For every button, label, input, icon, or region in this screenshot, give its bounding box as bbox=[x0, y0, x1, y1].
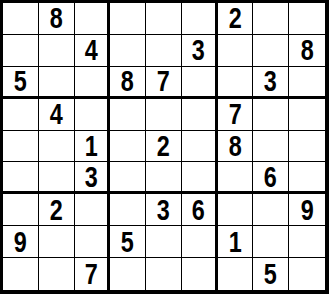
cell-r6c4[interactable] bbox=[110, 162, 146, 194]
cell-r7c1[interactable] bbox=[3, 194, 39, 226]
cell-r1c5[interactable] bbox=[146, 3, 182, 35]
cell-r3c3[interactable] bbox=[75, 67, 111, 99]
cell-r1c8[interactable] bbox=[253, 3, 289, 35]
cell-r7c6[interactable]: 6 bbox=[182, 194, 218, 226]
cell-r9c8[interactable]: 5 bbox=[253, 258, 289, 290]
cell-r4c8[interactable] bbox=[253, 99, 289, 131]
cell-r5c3[interactable]: 1 bbox=[75, 131, 111, 163]
cell-r8c7[interactable]: 1 bbox=[218, 226, 254, 258]
cell-r1c2[interactable]: 8 bbox=[39, 3, 75, 35]
given-digit: 2 bbox=[229, 3, 242, 33]
cell-r9c3[interactable]: 7 bbox=[75, 258, 111, 290]
cell-r8c1[interactable]: 9 bbox=[3, 226, 39, 258]
cell-r5c8[interactable] bbox=[253, 131, 289, 163]
cell-r2c7[interactable] bbox=[218, 35, 254, 67]
given-digit: 4 bbox=[84, 35, 97, 65]
given-digit: 8 bbox=[229, 131, 242, 161]
cell-r5c4[interactable] bbox=[110, 131, 146, 163]
given-digit: 6 bbox=[264, 162, 277, 191]
given-digit: 2 bbox=[157, 131, 170, 161]
cell-r8c4[interactable]: 5 bbox=[110, 226, 146, 258]
cell-r8c3[interactable] bbox=[75, 226, 111, 258]
cell-r2c2[interactable] bbox=[39, 35, 75, 67]
cell-r9c2[interactable] bbox=[39, 258, 75, 290]
cell-r3c4[interactable]: 8 bbox=[110, 67, 146, 99]
cell-r4c5[interactable] bbox=[146, 99, 182, 131]
given-digit: 8 bbox=[301, 35, 314, 65]
cell-r6c3[interactable]: 3 bbox=[75, 162, 111, 194]
cell-r3c1[interactable]: 5 bbox=[3, 67, 39, 99]
cell-r3c8[interactable]: 3 bbox=[253, 67, 289, 99]
cell-r7c3[interactable] bbox=[75, 194, 111, 226]
given-digit: 8 bbox=[50, 3, 63, 33]
given-digit: 7 bbox=[157, 67, 170, 96]
sudoku-board: 8243858734712836236995175 bbox=[0, 0, 329, 294]
cell-r4c2[interactable]: 4 bbox=[39, 99, 75, 131]
given-digit: 9 bbox=[301, 195, 314, 225]
given-digit: 5 bbox=[121, 227, 134, 257]
cell-r3c9[interactable] bbox=[289, 67, 325, 99]
cell-r3c2[interactable] bbox=[39, 67, 75, 99]
cell-r9c4[interactable] bbox=[110, 258, 146, 290]
cell-r9c6[interactable] bbox=[182, 258, 218, 290]
cell-r4c9[interactable] bbox=[289, 99, 325, 131]
cell-r8c5[interactable] bbox=[146, 226, 182, 258]
cell-r6c9[interactable] bbox=[289, 162, 325, 194]
cell-r5c7[interactable]: 8 bbox=[218, 131, 254, 163]
cell-r5c2[interactable] bbox=[39, 131, 75, 163]
given-digit: 6 bbox=[192, 195, 205, 225]
cell-r7c7[interactable] bbox=[218, 194, 254, 226]
given-digit: 8 bbox=[121, 67, 134, 96]
cell-r5c9[interactable] bbox=[289, 131, 325, 163]
cell-r7c4[interactable] bbox=[110, 194, 146, 226]
cell-r6c6[interactable] bbox=[182, 162, 218, 194]
cell-r9c9[interactable] bbox=[289, 258, 325, 290]
cell-r9c7[interactable] bbox=[218, 258, 254, 290]
given-digit: 3 bbox=[157, 195, 170, 225]
cell-r1c9[interactable] bbox=[289, 3, 325, 35]
cell-r8c2[interactable] bbox=[39, 226, 75, 258]
cell-r7c8[interactable] bbox=[253, 194, 289, 226]
cell-r2c9[interactable]: 8 bbox=[289, 35, 325, 67]
cell-r1c3[interactable] bbox=[75, 3, 111, 35]
cell-r2c1[interactable] bbox=[3, 35, 39, 67]
given-digit: 5 bbox=[264, 259, 277, 289]
cell-r1c6[interactable] bbox=[182, 3, 218, 35]
cell-r8c8[interactable] bbox=[253, 226, 289, 258]
cell-r7c9[interactable]: 9 bbox=[289, 194, 325, 226]
given-digit: 7 bbox=[229, 99, 242, 129]
cell-r1c4[interactable] bbox=[110, 3, 146, 35]
cell-r8c6[interactable] bbox=[182, 226, 218, 258]
given-digit: 1 bbox=[229, 227, 242, 257]
cell-r7c2[interactable]: 2 bbox=[39, 194, 75, 226]
cell-r4c7[interactable]: 7 bbox=[218, 99, 254, 131]
cell-r9c1[interactable] bbox=[3, 258, 39, 290]
given-digit: 1 bbox=[84, 131, 97, 161]
cell-r4c3[interactable] bbox=[75, 99, 111, 131]
cell-r1c7[interactable]: 2 bbox=[218, 3, 254, 35]
given-digit: 2 bbox=[50, 195, 63, 225]
cell-r2c3[interactable]: 4 bbox=[75, 35, 111, 67]
cell-r3c7[interactable] bbox=[218, 67, 254, 99]
given-digit: 4 bbox=[50, 99, 63, 129]
cell-r2c8[interactable] bbox=[253, 35, 289, 67]
cell-r5c5[interactable]: 2 bbox=[146, 131, 182, 163]
cell-r6c8[interactable]: 6 bbox=[253, 162, 289, 194]
cell-r8c9[interactable] bbox=[289, 226, 325, 258]
cell-r6c2[interactable] bbox=[39, 162, 75, 194]
cell-r6c5[interactable] bbox=[146, 162, 182, 194]
given-digit: 3 bbox=[264, 67, 277, 96]
cell-r2c6[interactable]: 3 bbox=[182, 35, 218, 67]
cell-r2c5[interactable] bbox=[146, 35, 182, 67]
cell-r2c4[interactable] bbox=[110, 35, 146, 67]
given-digit: 9 bbox=[14, 227, 27, 257]
cell-r6c7[interactable] bbox=[218, 162, 254, 194]
cell-r3c5[interactable]: 7 bbox=[146, 67, 182, 99]
cell-r4c1[interactable] bbox=[3, 99, 39, 131]
given-digit: 7 bbox=[84, 259, 97, 289]
cell-r9c5[interactable] bbox=[146, 258, 182, 290]
given-digit: 3 bbox=[192, 35, 205, 65]
cell-r4c4[interactable] bbox=[110, 99, 146, 131]
cell-r7c5[interactable]: 3 bbox=[146, 194, 182, 226]
cell-r5c6[interactable] bbox=[182, 131, 218, 163]
cell-r1c1[interactable] bbox=[3, 3, 39, 35]
cell-r5c1[interactable] bbox=[3, 131, 39, 163]
given-digit: 5 bbox=[14, 67, 27, 96]
cell-r4c6[interactable] bbox=[182, 99, 218, 131]
cell-r3c6[interactable] bbox=[182, 67, 218, 99]
given-digit: 3 bbox=[84, 162, 97, 191]
cell-r6c1[interactable] bbox=[3, 162, 39, 194]
